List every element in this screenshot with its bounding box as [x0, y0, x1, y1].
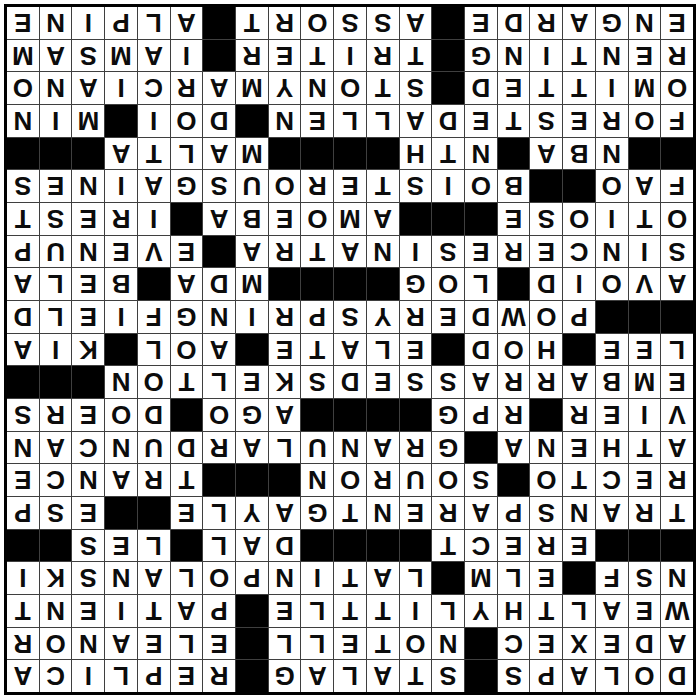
cell-r3c2: E	[629, 595, 661, 627]
cell-r14c19: N	[72, 236, 104, 268]
block-r13c12	[301, 268, 333, 300]
cell-r7c1: R	[661, 464, 693, 496]
cell-r6c19: E	[72, 497, 104, 529]
cell-r5c6: E	[498, 530, 530, 562]
cell-r16c20: E	[40, 170, 72, 202]
cell-r4c2: S	[629, 562, 661, 594]
cell-r14c8: S	[432, 236, 464, 268]
cell-r14c18: E	[105, 236, 137, 268]
block-r17c13	[269, 138, 301, 170]
cell-r18c7: E	[465, 105, 497, 137]
cell-r9c2: I	[629, 399, 661, 431]
block-r1c14	[236, 660, 268, 692]
block-r4c8	[432, 562, 464, 594]
cell-r4c7: M	[465, 562, 497, 594]
cell-r14c1: S	[661, 236, 693, 268]
cell-r14c13: R	[269, 236, 301, 268]
cell-r11c13: E	[269, 334, 301, 366]
cell-r12c20: L	[40, 301, 72, 333]
cell-r21c21: E	[7, 7, 39, 39]
cell-r11c10: L	[367, 334, 399, 366]
cell-r7c5: O	[530, 464, 562, 496]
cell-r18c13: N	[269, 105, 301, 137]
cell-r16c15: S	[203, 170, 235, 202]
block-r21c15	[203, 7, 235, 39]
cell-r9c20: R	[40, 399, 72, 431]
cell-r1c3: L	[596, 660, 628, 692]
cell-r3c10: T	[367, 595, 399, 627]
cell-r14c4: C	[563, 236, 595, 268]
cell-r1c20: C	[40, 660, 72, 692]
cell-r8c4: E	[563, 432, 595, 464]
cell-r20c21: M	[7, 40, 39, 72]
cell-r2c6: C	[498, 628, 530, 660]
cell-r21c3: G	[596, 7, 628, 39]
cell-r3c5: T	[530, 595, 562, 627]
cell-r16c19: N	[72, 170, 104, 202]
cell-r12c19: E	[72, 301, 104, 333]
cell-r21c13: R	[269, 7, 301, 39]
cell-r19c1: O	[661, 72, 693, 104]
cell-r4c13: N	[269, 562, 301, 594]
cell-r17c16: L	[171, 138, 203, 170]
block-r1c7	[465, 660, 497, 692]
cell-r9c19: E	[72, 399, 104, 431]
cell-r15c17: I	[138, 203, 170, 235]
cell-r13c20: L	[40, 268, 72, 300]
cell-r13c8: O	[432, 268, 464, 300]
cell-r17c17: T	[138, 138, 170, 170]
cell-r19c21: O	[7, 72, 39, 104]
cell-r7c8: O	[432, 464, 464, 496]
cell-r13c18: B	[105, 268, 137, 300]
block-r12c1	[661, 301, 693, 333]
cell-r2c9: O	[400, 628, 432, 660]
cell-r18c2: O	[629, 105, 661, 137]
cell-r16c10: T	[367, 170, 399, 202]
cell-r1c17: P	[138, 660, 170, 692]
block-r5c21	[7, 530, 39, 562]
cell-r18c1: F	[661, 105, 693, 137]
cell-r15c2: T	[629, 203, 661, 235]
cell-r3c18: I	[105, 595, 137, 627]
cell-r15c21: T	[7, 203, 39, 235]
cell-r3c12: L	[301, 595, 333, 627]
cell-r6c2: R	[629, 497, 661, 529]
cell-r1c4: A	[563, 660, 595, 692]
cell-r15c1: O	[661, 203, 693, 235]
cell-r19c5: T	[530, 72, 562, 104]
block-r17c21	[7, 138, 39, 170]
block-r3c14	[236, 595, 268, 627]
cell-r1c8: S	[432, 660, 464, 692]
cell-r4c12: I	[301, 562, 333, 594]
cell-r16c6: B	[498, 170, 530, 202]
cell-r15c18: R	[105, 203, 137, 235]
cell-r8c13: L	[269, 432, 301, 464]
cell-r15c12: O	[301, 203, 333, 235]
block-r10c20	[40, 366, 72, 398]
cell-r16c11: E	[334, 170, 366, 202]
cell-r19c11: O	[334, 72, 366, 104]
cell-r2c1: A	[661, 628, 693, 660]
crossword-board: DOLAPSSTALAGREPLICAADEXECNOTELLELEANORWE…	[4, 4, 696, 695]
cell-r19c15: A	[203, 72, 235, 104]
cell-r18c12: E	[301, 105, 333, 137]
cell-r19c20: N	[40, 72, 72, 104]
cell-r2c15: E	[203, 628, 235, 660]
block-r9c11	[334, 399, 366, 431]
cell-r6c6: P	[498, 497, 530, 529]
cell-r9c7: P	[465, 399, 497, 431]
cell-r14c21: P	[7, 236, 39, 268]
cell-r9c4: R	[563, 399, 595, 431]
block-r8c7	[465, 432, 497, 464]
cell-r6c3: A	[596, 497, 628, 529]
cell-r13c5: D	[530, 268, 562, 300]
block-r11c8	[432, 334, 464, 366]
block-r12c2	[629, 301, 661, 333]
cell-r19c10: T	[367, 72, 399, 104]
cell-r18c16: O	[171, 105, 203, 137]
cell-r12c18: I	[105, 301, 137, 333]
block-r18c14	[236, 105, 268, 137]
cell-r7c2: E	[629, 464, 661, 496]
cell-r19c14: M	[236, 72, 268, 104]
block-r5c10	[367, 530, 399, 562]
block-r9c9	[400, 399, 432, 431]
cell-r14c3: N	[596, 236, 628, 268]
cell-r6c20: S	[40, 497, 72, 529]
cell-r6c12: G	[301, 497, 333, 529]
cell-r14c6: R	[498, 236, 530, 268]
cell-r11c11: A	[334, 334, 366, 366]
cell-r1c18: L	[105, 660, 137, 692]
cell-r21c4: A	[563, 7, 595, 39]
cell-r1c13: G	[269, 660, 301, 692]
cell-r12c9: R	[400, 301, 432, 333]
cell-r10c3: B	[596, 366, 628, 398]
cell-r18c10: L	[367, 105, 399, 137]
cell-r1c21: A	[7, 660, 39, 692]
block-r7c13	[269, 464, 301, 496]
cell-r7c19: N	[72, 464, 104, 496]
cell-r3c21: T	[7, 595, 39, 627]
cell-r18c11: L	[334, 105, 366, 137]
cell-r1c5: P	[530, 660, 562, 692]
cell-r10c15: L	[203, 366, 235, 398]
cell-r5c18: E	[105, 530, 137, 562]
cell-r17c14: M	[236, 138, 268, 170]
cell-r8c2: T	[629, 432, 661, 464]
block-r6c18	[105, 497, 137, 529]
cell-r20c11: I	[334, 40, 366, 72]
cell-r8c15: R	[203, 432, 235, 464]
cell-r13c7: L	[465, 268, 497, 300]
cell-r16c9: S	[400, 170, 432, 202]
cell-r17c5: A	[530, 138, 562, 170]
cell-r17c9: H	[400, 138, 432, 170]
cell-r2c8: N	[432, 628, 464, 660]
cell-r14c17: V	[138, 236, 170, 268]
cell-r15c13: E	[269, 203, 301, 235]
cell-r20c16: I	[171, 40, 203, 72]
block-r19c8	[432, 72, 464, 104]
cell-r5c15: L	[203, 530, 235, 562]
cell-r18c9: A	[400, 105, 432, 137]
cell-r12c4: P	[563, 301, 595, 333]
block-r7c14	[236, 464, 268, 496]
cell-r14c16: E	[171, 236, 203, 268]
cell-r17c8: T	[432, 138, 464, 170]
cell-r8c17: U	[138, 432, 170, 464]
cell-r1c11: L	[334, 660, 366, 692]
cell-r4c19: S	[72, 562, 104, 594]
cell-r15c6: E	[498, 203, 530, 235]
cell-r20c10: R	[367, 40, 399, 72]
cell-r5c4: E	[563, 530, 595, 562]
cell-r15c10: A	[367, 203, 399, 235]
cell-r20c13: E	[269, 40, 301, 72]
cell-r12c17: F	[138, 301, 170, 333]
cell-r7c4: T	[563, 464, 595, 496]
cell-r13c9: G	[400, 268, 432, 300]
cell-r11c21: A	[7, 334, 39, 366]
cell-r6c10: N	[367, 497, 399, 529]
cell-r10c5: R	[530, 366, 562, 398]
cell-r19c4: T	[563, 72, 595, 104]
cell-r19c18: I	[105, 72, 137, 104]
cell-r4c14: P	[236, 562, 268, 594]
cell-r7c9: U	[400, 464, 432, 496]
cell-r8c16: D	[171, 432, 203, 464]
cell-r13c21: A	[7, 268, 39, 300]
cell-r11c7: D	[465, 334, 497, 366]
cell-r1c16: E	[171, 660, 203, 692]
cell-r21c14: T	[236, 7, 268, 39]
cell-r14c20: U	[40, 236, 72, 268]
cell-r3c20: N	[40, 595, 72, 627]
cell-r16c7: O	[465, 170, 497, 202]
cell-r16c8: I	[432, 170, 464, 202]
cell-r8c20: A	[40, 432, 72, 464]
block-r5c12	[301, 530, 333, 562]
block-r17c12	[301, 138, 333, 170]
cell-r9c1: V	[661, 399, 693, 431]
cell-r11c6: O	[498, 334, 530, 366]
cell-r6c16: E	[171, 497, 203, 529]
block-r7c15	[203, 464, 235, 496]
cell-r17c7: N	[465, 138, 497, 170]
cell-r4c3: F	[596, 562, 628, 594]
cell-r10c6: R	[498, 366, 530, 398]
cell-r8c21: N	[7, 432, 39, 464]
block-r13c6	[498, 268, 530, 300]
block-r15c8	[432, 203, 464, 235]
cell-r3c3: A	[596, 595, 628, 627]
block-r17c1	[661, 138, 693, 170]
cell-r8c11: N	[334, 432, 366, 464]
cell-r11c5: H	[530, 334, 562, 366]
cell-r14c12: T	[301, 236, 333, 268]
cell-r6c7: A	[465, 497, 497, 529]
cell-r8c3: H	[596, 432, 628, 464]
cell-r21c16: A	[171, 7, 203, 39]
cell-r14c7: E	[465, 236, 497, 268]
cell-r20c5: I	[530, 40, 562, 72]
cell-r19c17: C	[138, 72, 170, 104]
cell-r9c13: A	[269, 399, 301, 431]
cell-r8c10: A	[367, 432, 399, 464]
cell-r8c6: A	[498, 432, 530, 464]
cell-r21c7: E	[465, 7, 497, 39]
cell-r7c10: R	[367, 464, 399, 496]
cell-r7c12: N	[301, 464, 333, 496]
cell-r21c2: N	[629, 7, 661, 39]
cell-r20c9: T	[400, 40, 432, 72]
block-r14c15	[203, 236, 235, 268]
block-r10c19	[72, 366, 104, 398]
cell-r2c20: O	[40, 628, 72, 660]
cell-r10c4: A	[563, 366, 595, 398]
cell-r16c21: S	[7, 170, 39, 202]
cell-r15c15: A	[203, 203, 235, 235]
cell-r1c15: R	[203, 660, 235, 692]
cell-r19c13: Y	[269, 72, 301, 104]
cell-r6c11: T	[334, 497, 366, 529]
cell-r9c6: R	[498, 399, 530, 431]
cell-r16c1: F	[661, 170, 693, 202]
block-r16c5	[530, 170, 562, 202]
block-r13c11	[334, 268, 366, 300]
cell-r6c13: A	[269, 497, 301, 529]
block-r16c4	[563, 170, 595, 202]
cell-r16c16: G	[171, 170, 203, 202]
cell-r10c7: A	[465, 366, 497, 398]
cell-r18c8: D	[432, 105, 464, 137]
cell-r11c17: L	[138, 334, 170, 366]
cell-r10c14: E	[236, 366, 268, 398]
cell-r4c1: N	[661, 562, 693, 594]
cell-r16c18: I	[105, 170, 137, 202]
cell-r5c17: L	[138, 530, 170, 562]
block-r11c14	[236, 334, 268, 366]
cell-r11c2: E	[629, 334, 661, 366]
cell-r10c2: M	[629, 366, 661, 398]
block-r21c8	[432, 7, 464, 39]
block-r13c13	[269, 268, 301, 300]
cell-r5c7: C	[465, 530, 497, 562]
cell-r8c19: C	[72, 432, 104, 464]
cell-r12c15: N	[203, 301, 235, 333]
cell-r9c18: O	[105, 399, 137, 431]
cell-r3c8: L	[432, 595, 464, 627]
block-r4c4	[563, 562, 595, 594]
cell-r1c2: O	[629, 660, 661, 692]
cell-r13c3: O	[596, 268, 628, 300]
cell-r11c16: O	[171, 334, 203, 366]
cell-r21c6: D	[498, 7, 530, 39]
cell-r10c8: S	[432, 366, 464, 398]
cell-r4c9: L	[400, 562, 432, 594]
cell-r19c6: E	[498, 72, 530, 104]
cell-r10c16: T	[171, 366, 203, 398]
cell-r10c1: E	[661, 366, 693, 398]
cell-r21c1: E	[661, 7, 693, 39]
block-r20c15	[203, 40, 235, 72]
cell-r6c1: T	[661, 497, 693, 529]
cell-r20c6: N	[498, 40, 530, 72]
cell-r8c18: N	[105, 432, 137, 464]
block-r17c11	[334, 138, 366, 170]
cell-r15c19: E	[72, 203, 104, 235]
cell-r8c8: G	[432, 432, 464, 464]
cell-r10c18: N	[105, 366, 137, 398]
cell-r21c18: P	[105, 7, 137, 39]
block-r15c7	[465, 203, 497, 235]
cell-r4c6: L	[498, 562, 530, 594]
cell-r21c20: N	[40, 7, 72, 39]
cell-r15c11: M	[334, 203, 366, 235]
cell-r4c16: L	[171, 562, 203, 594]
cell-r2c2: D	[629, 628, 661, 660]
block-r5c1	[661, 530, 693, 562]
cell-r12c10: Y	[367, 301, 399, 333]
cell-r3c6: H	[498, 595, 530, 627]
cell-r13c14: M	[236, 268, 268, 300]
cell-r15c3: I	[596, 203, 628, 235]
cell-r2c16: L	[171, 628, 203, 660]
cell-r19c7: D	[465, 72, 497, 104]
block-r9c16	[171, 399, 203, 431]
cell-r14c9: I	[400, 236, 432, 268]
cell-r21c17: L	[138, 7, 170, 39]
block-r9c5	[530, 399, 562, 431]
block-r9c10	[367, 399, 399, 431]
cell-r16c13: O	[269, 170, 301, 202]
cell-r14c11: A	[334, 236, 366, 268]
cell-r3c17: T	[138, 595, 170, 627]
cell-r6c9: E	[400, 497, 432, 529]
block-r17c20	[40, 138, 72, 170]
cell-r2c4: X	[563, 628, 595, 660]
cell-r4c21: I	[7, 562, 39, 594]
cell-r18c17: I	[138, 105, 170, 137]
cell-r7c7: S	[465, 464, 497, 496]
cell-r13c2: V	[629, 268, 661, 300]
cell-r21c12: O	[301, 7, 333, 39]
block-r10c21	[7, 366, 39, 398]
cell-r20c1: R	[661, 40, 693, 72]
cell-r20c19: S	[72, 40, 104, 72]
cell-r3c11: T	[334, 595, 366, 627]
cell-r11c20: I	[40, 334, 72, 366]
block-r2c14	[236, 628, 268, 660]
cell-r1c6: S	[498, 660, 530, 692]
cell-r12c13: R	[269, 301, 301, 333]
cell-r2c18: A	[105, 628, 137, 660]
cell-r3c7: Y	[465, 595, 497, 627]
cell-r20c18: M	[105, 40, 137, 72]
cell-r18c3: R	[596, 105, 628, 137]
cell-r18c6: T	[498, 105, 530, 137]
cell-r10c17: O	[138, 366, 170, 398]
cell-r20c17: A	[138, 40, 170, 72]
cell-r3c13: E	[269, 595, 301, 627]
cell-r11c19: K	[72, 334, 104, 366]
cell-r12c5: O	[530, 301, 562, 333]
cell-r10c12: S	[301, 366, 333, 398]
